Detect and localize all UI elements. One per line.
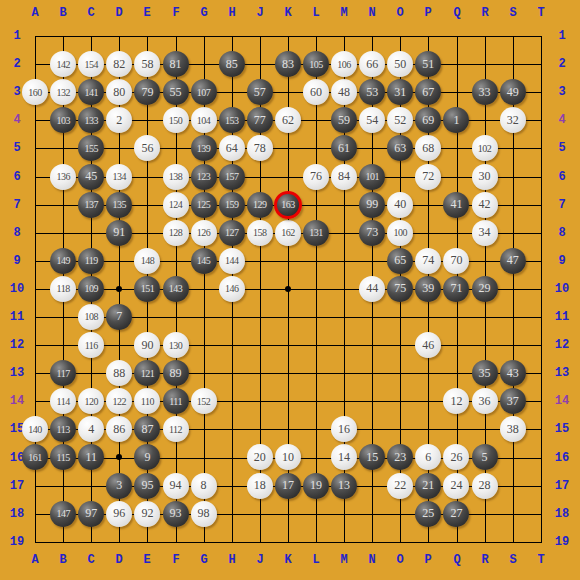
stone-G3-move-107: 107 <box>191 79 217 105</box>
stone-E2-move-58: 58 <box>134 51 160 77</box>
stone-A15-move-140: 140 <box>22 416 48 442</box>
stone-E5-move-56: 56 <box>134 135 160 161</box>
col-label-top-B: B <box>52 6 74 20</box>
stone-E10-move-151: 151 <box>134 276 160 302</box>
stone-B10-move-118: 118 <box>50 276 76 302</box>
stone-F8-move-128: 128 <box>163 220 189 246</box>
stone-D14-move-122: 122 <box>106 388 132 414</box>
stone-C6-move-45: 45 <box>78 164 104 190</box>
stone-S15-move-38: 38 <box>500 416 526 442</box>
star-point-D10 <box>116 286 122 292</box>
star-point-K10 <box>285 286 291 292</box>
stone-S3-move-49: 49 <box>500 79 526 105</box>
stone-G14-move-152: 152 <box>191 388 217 414</box>
stone-Q10-move-71: 71 <box>443 276 469 302</box>
stone-F13-move-89: 89 <box>163 360 189 386</box>
stone-B18-move-147: 147 <box>50 501 76 527</box>
stone-C3-move-141: 141 <box>78 79 104 105</box>
stone-D8-move-91: 91 <box>106 220 132 246</box>
stone-C11-move-108: 108 <box>78 304 104 330</box>
stone-E12-move-90: 90 <box>134 332 160 358</box>
stone-B9-move-149: 149 <box>50 248 76 274</box>
stone-S13-move-43: 43 <box>500 360 526 386</box>
stone-J7-move-129: 129 <box>247 192 273 218</box>
stone-R5-move-102: 102 <box>472 135 498 161</box>
stone-B6-move-136: 136 <box>50 164 76 190</box>
stone-G4-move-104: 104 <box>191 107 217 133</box>
stone-P12-move-46: 46 <box>415 332 441 358</box>
stone-P5-move-68: 68 <box>415 135 441 161</box>
stone-Q4-move-1: 1 <box>443 107 469 133</box>
stone-L6-move-76: 76 <box>303 164 329 190</box>
stone-B3-move-132: 132 <box>50 79 76 105</box>
stone-J16-move-20: 20 <box>247 444 273 470</box>
stone-O16-move-23: 23 <box>387 444 413 470</box>
stone-Q16-move-26: 26 <box>443 444 469 470</box>
stone-R13-move-35: 35 <box>472 360 498 386</box>
stone-D11-move-7: 7 <box>106 304 132 330</box>
stone-L17-move-19: 19 <box>303 473 329 499</box>
stone-H2-move-85: 85 <box>219 51 245 77</box>
stone-D13-move-88: 88 <box>106 360 132 386</box>
stone-B13-move-117: 117 <box>50 360 76 386</box>
stone-C5-move-155: 155 <box>78 135 104 161</box>
stone-O4-move-52: 52 <box>387 107 413 133</box>
stone-R16-move-5: 5 <box>472 444 498 470</box>
stone-Q17-move-24: 24 <box>443 473 469 499</box>
stone-C16-move-11: 11 <box>78 444 104 470</box>
stone-P18-move-25: 25 <box>415 501 441 527</box>
col-label-top-D: D <box>108 6 130 20</box>
col-label-top-T: T <box>530 6 552 20</box>
stone-L2-move-105: 105 <box>303 51 329 77</box>
stone-E17-move-95: 95 <box>134 473 160 499</box>
stone-O9-move-65: 65 <box>387 248 413 274</box>
stone-E15-move-87: 87 <box>134 416 160 442</box>
col-label-top-A: A <box>24 6 46 20</box>
stone-M17-move-13: 13 <box>331 473 357 499</box>
stone-K17-move-17: 17 <box>275 473 301 499</box>
stone-D3-move-80: 80 <box>106 79 132 105</box>
stone-M2-move-106: 106 <box>331 51 357 77</box>
stone-D2-move-82: 82 <box>106 51 132 77</box>
stone-N6-move-101: 101 <box>359 164 385 190</box>
stone-R17-move-28: 28 <box>472 473 498 499</box>
stone-C4-move-133: 133 <box>78 107 104 133</box>
stone-M15-move-16: 16 <box>331 416 357 442</box>
stone-K2-move-83: 83 <box>275 51 301 77</box>
stone-Q9-move-70: 70 <box>443 248 469 274</box>
stone-G8-move-126: 126 <box>191 220 217 246</box>
stone-B15-move-113: 113 <box>50 416 76 442</box>
stone-D18-move-96: 96 <box>106 501 132 527</box>
stone-K16-move-10: 10 <box>275 444 301 470</box>
go-board[interactable]: AABBCCDDEEFFGGHHJJKKLLMMNNOOPPQQRRSSTT11… <box>0 0 580 580</box>
stone-F2-move-81: 81 <box>163 51 189 77</box>
stone-N8-move-73: 73 <box>359 220 385 246</box>
stone-P9-move-74: 74 <box>415 248 441 274</box>
stone-F12-move-130: 130 <box>163 332 189 358</box>
stone-H5-move-64: 64 <box>219 135 245 161</box>
stone-G18-move-98: 98 <box>191 501 217 527</box>
col-label-top-E: E <box>136 6 158 20</box>
col-label-top-P: P <box>417 6 439 20</box>
stone-H4-move-153: 153 <box>219 107 245 133</box>
col-label-top-J: J <box>249 6 271 20</box>
col-label-top-H: H <box>221 6 243 20</box>
stone-C12-move-116: 116 <box>78 332 104 358</box>
stone-K7-move-163: 163 <box>274 191 302 219</box>
stone-E16-move-9: 9 <box>134 444 160 470</box>
stone-F10-move-143: 143 <box>163 276 189 302</box>
stone-A3-move-160: 160 <box>22 79 48 105</box>
stone-F14-move-111: 111 <box>163 388 189 414</box>
stone-N4-move-54: 54 <box>359 107 385 133</box>
stone-O17-move-22: 22 <box>387 473 413 499</box>
stone-B4-move-103: 103 <box>50 107 76 133</box>
stone-O10-move-75: 75 <box>387 276 413 302</box>
stone-C9-move-119: 119 <box>78 248 104 274</box>
stone-R3-move-33: 33 <box>472 79 498 105</box>
stone-R7-move-42: 42 <box>472 192 498 218</box>
stone-S14-move-37: 37 <box>500 388 526 414</box>
stone-L8-move-131: 131 <box>303 220 329 246</box>
stone-F4-move-150: 150 <box>163 107 189 133</box>
stone-S9-move-47: 47 <box>500 248 526 274</box>
stone-Q7-move-41: 41 <box>443 192 469 218</box>
stone-O5-move-63: 63 <box>387 135 413 161</box>
stone-G9-move-145: 145 <box>191 248 217 274</box>
stone-E13-move-121: 121 <box>134 360 160 386</box>
star-point-D16 <box>116 454 122 460</box>
stone-D4-move-2: 2 <box>106 107 132 133</box>
stone-N7-move-99: 99 <box>359 192 385 218</box>
stone-D7-move-135: 135 <box>106 192 132 218</box>
stone-E18-move-92: 92 <box>134 501 160 527</box>
stone-D6-move-134: 134 <box>106 164 132 190</box>
stone-N2-move-66: 66 <box>359 51 385 77</box>
stone-H7-move-159: 159 <box>219 192 245 218</box>
stone-P4-move-69: 69 <box>415 107 441 133</box>
stone-F3-move-55: 55 <box>163 79 189 105</box>
col-label-top-Q: Q <box>446 6 468 20</box>
stone-K8-move-162: 162 <box>275 220 301 246</box>
stone-P17-move-21: 21 <box>415 473 441 499</box>
col-label-top-L: L <box>305 6 327 20</box>
stone-M5-move-61: 61 <box>331 135 357 161</box>
col-label-top-F: F <box>165 6 187 20</box>
stone-P2-move-51: 51 <box>415 51 441 77</box>
stone-M16-move-14: 14 <box>331 444 357 470</box>
stone-A16-move-161: 161 <box>22 444 48 470</box>
col-label-top-C: C <box>80 6 102 20</box>
stone-Q14-move-12: 12 <box>443 388 469 414</box>
stone-K4-move-62: 62 <box>275 107 301 133</box>
stone-E3-move-79: 79 <box>134 79 160 105</box>
stone-M6-move-84: 84 <box>331 164 357 190</box>
stone-O7-move-40: 40 <box>387 192 413 218</box>
stone-L3-move-60: 60 <box>303 79 329 105</box>
board-grid: 1234567891011121314151617181920212223242… <box>21 22 555 556</box>
stone-C18-move-97: 97 <box>78 501 104 527</box>
stone-O8-move-100: 100 <box>387 220 413 246</box>
stone-M4-move-59: 59 <box>331 107 357 133</box>
stone-J8-move-158: 158 <box>247 220 273 246</box>
stone-B14-move-114: 114 <box>50 388 76 414</box>
col-label-top-O: O <box>389 6 411 20</box>
stone-N10-move-44: 44 <box>359 276 385 302</box>
stone-P3-move-67: 67 <box>415 79 441 105</box>
stone-H6-move-157: 157 <box>219 164 245 190</box>
col-label-top-S: S <box>502 6 524 20</box>
stone-G7-move-125: 125 <box>191 192 217 218</box>
stone-C2-move-154: 154 <box>78 51 104 77</box>
stone-J3-move-57: 57 <box>247 79 273 105</box>
stone-R8-move-34: 34 <box>472 220 498 246</box>
stone-F15-move-112: 112 <box>163 416 189 442</box>
stone-N16-move-15: 15 <box>359 444 385 470</box>
stone-O3-move-31: 31 <box>387 79 413 105</box>
stone-E14-move-110: 110 <box>134 388 160 414</box>
stone-H8-move-127: 127 <box>219 220 245 246</box>
col-label-top-M: M <box>333 6 355 20</box>
col-label-top-G: G <box>193 6 215 20</box>
stone-C14-move-120: 120 <box>78 388 104 414</box>
stone-Q18-move-27: 27 <box>443 501 469 527</box>
stone-M3-move-48: 48 <box>331 79 357 105</box>
col-label-top-R: R <box>474 6 496 20</box>
stone-P16-move-6: 6 <box>415 444 441 470</box>
stone-S4-move-32: 32 <box>500 107 526 133</box>
stone-C15-move-4: 4 <box>78 416 104 442</box>
stone-C10-move-109: 109 <box>78 276 104 302</box>
stone-R14-move-36: 36 <box>472 388 498 414</box>
stone-E9-move-148: 148 <box>134 248 160 274</box>
stone-P6-move-72: 72 <box>415 164 441 190</box>
stone-C7-move-137: 137 <box>78 192 104 218</box>
stone-N3-move-53: 53 <box>359 79 385 105</box>
stone-J17-move-18: 18 <box>247 473 273 499</box>
stone-H9-move-144: 144 <box>219 248 245 274</box>
stone-P10-move-39: 39 <box>415 276 441 302</box>
stone-F18-move-93: 93 <box>163 501 189 527</box>
stone-G17-move-8: 8 <box>191 473 217 499</box>
stone-B16-move-115: 115 <box>50 444 76 470</box>
stone-J4-move-77: 77 <box>247 107 273 133</box>
stone-R10-move-29: 29 <box>472 276 498 302</box>
col-label-top-K: K <box>277 6 299 20</box>
stone-B2-move-142: 142 <box>50 51 76 77</box>
stone-F7-move-124: 124 <box>163 192 189 218</box>
stone-F6-move-138: 138 <box>163 164 189 190</box>
stone-D15-move-86: 86 <box>106 416 132 442</box>
col-label-top-N: N <box>361 6 383 20</box>
stone-R6-move-30: 30 <box>472 164 498 190</box>
stone-H10-move-146: 146 <box>219 276 245 302</box>
stone-G5-move-139: 139 <box>191 135 217 161</box>
stone-D17-move-3: 3 <box>106 473 132 499</box>
stone-J5-move-78: 78 <box>247 135 273 161</box>
stone-F17-move-94: 94 <box>163 473 189 499</box>
stone-G6-move-123: 123 <box>191 164 217 190</box>
stone-O2-move-50: 50 <box>387 51 413 77</box>
